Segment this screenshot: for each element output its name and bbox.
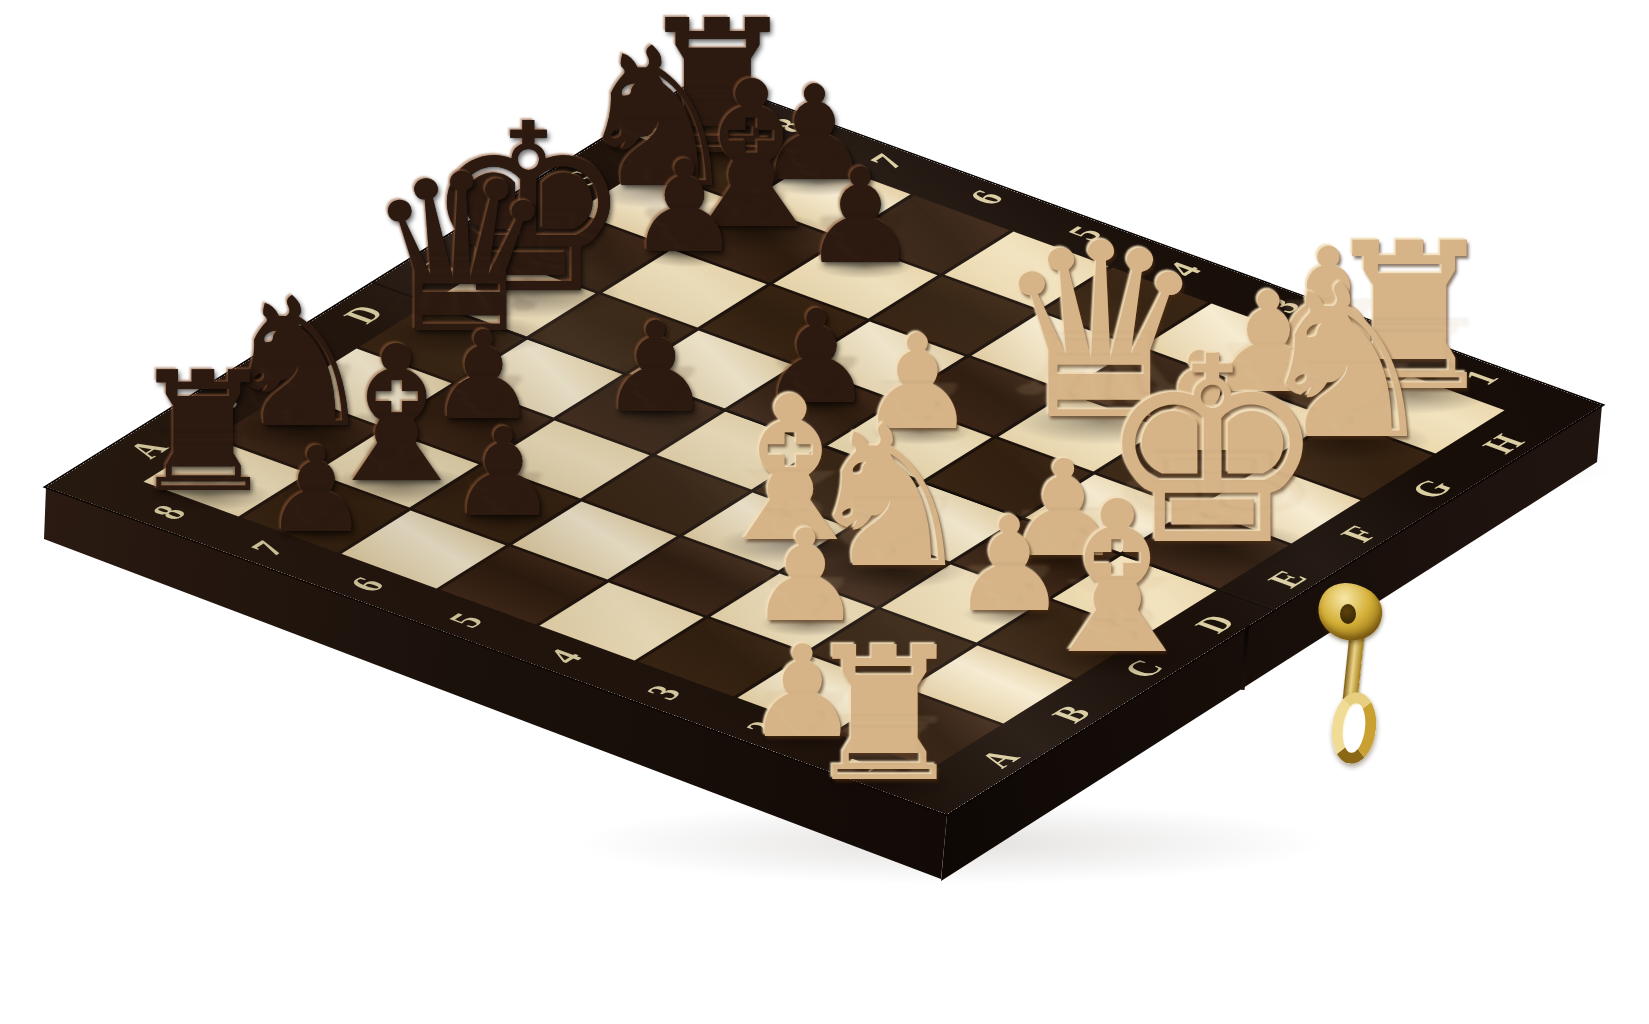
gold-latch-icon <box>1306 584 1406 784</box>
latch-loop <box>1328 690 1380 767</box>
black-rook-a8: ♜♜ <box>129 350 278 516</box>
white-bishop-c1: ♝♝ <box>1024 474 1211 683</box>
box-fold-seam-edge <box>1241 620 1250 690</box>
black-pawn-f7: ♟♟ <box>628 143 742 270</box>
white-rook-a1: ♜♜ <box>802 622 968 807</box>
black-pawn-a7: ♟♟ <box>264 430 370 548</box>
piece-reflection: ♟ <box>449 465 558 516</box>
black-pawn-d6: ♟♟ <box>599 304 711 429</box>
black-pawn-b6: ♟♟ <box>449 412 558 534</box>
piece-reflection: ♜ <box>802 704 968 782</box>
piece-reflection: ♟ <box>264 482 370 532</box>
latch-stem <box>1343 635 1365 700</box>
piece-reflection: ♟ <box>802 208 919 263</box>
piece-reflection: ♟ <box>628 199 742 252</box>
black-pawn-g6: ♟♟ <box>802 151 919 282</box>
scene: AA88BB77CC66DD55EE44FF33GG22HH11 ♜♜♞♞♛♛♚… <box>0 0 1649 1024</box>
piece-reflection: ♝ <box>1024 566 1211 654</box>
piece-reflection: ♟ <box>599 359 711 412</box>
piece-reflection: ♜ <box>129 423 278 493</box>
latch-hole <box>1340 604 1356 624</box>
